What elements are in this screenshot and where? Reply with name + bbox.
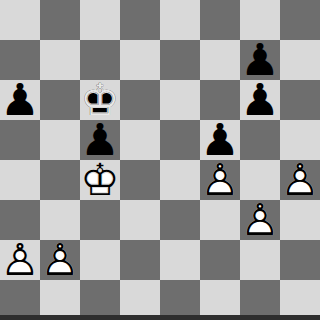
square-e8[interactable] xyxy=(160,0,200,40)
square-h8[interactable] xyxy=(280,0,320,40)
chess-board: ♟♟♚♔♟♟♟♚♔♟♙♟♙♟♙♟♙♟♙ xyxy=(0,0,320,320)
square-c6[interactable]: ♚♔ xyxy=(80,80,120,120)
white-pawn-glyph: ♟ xyxy=(240,200,280,240)
black-king-c6[interactable]: ♚♔ xyxy=(80,80,120,120)
square-b7[interactable] xyxy=(40,40,80,80)
square-a5[interactable] xyxy=(0,120,40,160)
square-e3[interactable] xyxy=(160,200,200,240)
square-c1[interactable] xyxy=(80,280,120,320)
white-pawn-h4[interactable]: ♟♙ xyxy=(280,160,320,200)
white-pawn-outline: ♙ xyxy=(40,240,80,280)
square-g8[interactable] xyxy=(240,0,280,40)
white-pawn-outline: ♙ xyxy=(0,240,40,280)
white-king-outline: ♔ xyxy=(80,160,120,200)
square-a4[interactable] xyxy=(0,160,40,200)
white-pawn-glyph: ♟ xyxy=(0,240,40,280)
black-king-glyph: ♚ xyxy=(80,80,120,120)
square-d7[interactable] xyxy=(120,40,160,80)
square-h5[interactable] xyxy=(280,120,320,160)
square-b4[interactable] xyxy=(40,160,80,200)
white-pawn-glyph: ♟ xyxy=(200,160,240,200)
square-e2[interactable] xyxy=(160,240,200,280)
square-a2[interactable]: ♟♙ xyxy=(0,240,40,280)
square-f5[interactable]: ♟ xyxy=(200,120,240,160)
black-pawn-glyph: ♟ xyxy=(200,120,240,160)
square-b1[interactable] xyxy=(40,280,80,320)
square-c2[interactable] xyxy=(80,240,120,280)
square-f7[interactable] xyxy=(200,40,240,80)
square-b8[interactable] xyxy=(40,0,80,40)
square-f4[interactable]: ♟♙ xyxy=(200,160,240,200)
square-c3[interactable] xyxy=(80,200,120,240)
square-a7[interactable] xyxy=(0,40,40,80)
white-pawn-a2[interactable]: ♟♙ xyxy=(0,240,40,280)
square-c4[interactable]: ♚♔ xyxy=(80,160,120,200)
white-pawn-outline: ♙ xyxy=(200,160,240,200)
square-h3[interactable] xyxy=(280,200,320,240)
square-d8[interactable] xyxy=(120,0,160,40)
square-c8[interactable] xyxy=(80,0,120,40)
white-pawn-glyph: ♟ xyxy=(280,160,320,200)
white-pawn-f4[interactable]: ♟♙ xyxy=(200,160,240,200)
square-d1[interactable] xyxy=(120,280,160,320)
black-pawn-glyph: ♟ xyxy=(240,40,280,80)
square-b6[interactable] xyxy=(40,80,80,120)
square-e5[interactable] xyxy=(160,120,200,160)
white-pawn-glyph: ♟ xyxy=(40,240,80,280)
white-pawn-outline: ♙ xyxy=(240,200,280,240)
square-h4[interactable]: ♟♙ xyxy=(280,160,320,200)
white-king-glyph: ♚ xyxy=(80,160,120,200)
square-a6[interactable]: ♟ xyxy=(0,80,40,120)
square-a3[interactable] xyxy=(0,200,40,240)
square-b5[interactable] xyxy=(40,120,80,160)
square-c7[interactable] xyxy=(80,40,120,80)
black-pawn-glyph: ♟ xyxy=(0,80,40,120)
square-f3[interactable] xyxy=(200,200,240,240)
square-f1[interactable] xyxy=(200,280,240,320)
square-e1[interactable] xyxy=(160,280,200,320)
chess-board-wrapper: ♟♟♚♔♟♟♟♚♔♟♙♟♙♟♙♟♙♟♙ xyxy=(0,0,320,320)
board-bottom-edge xyxy=(0,315,320,320)
square-f6[interactable] xyxy=(200,80,240,120)
square-a8[interactable] xyxy=(0,0,40,40)
white-king-c4[interactable]: ♚♔ xyxy=(80,160,120,200)
square-c5[interactable]: ♟ xyxy=(80,120,120,160)
square-e6[interactable] xyxy=(160,80,200,120)
black-pawn-g7[interactable]: ♟ xyxy=(240,40,280,80)
square-b2[interactable]: ♟♙ xyxy=(40,240,80,280)
white-pawn-outline: ♙ xyxy=(280,160,320,200)
white-pawn-b2[interactable]: ♟♙ xyxy=(40,240,80,280)
square-d4[interactable] xyxy=(120,160,160,200)
square-d3[interactable] xyxy=(120,200,160,240)
square-h1[interactable] xyxy=(280,280,320,320)
square-g6[interactable]: ♟ xyxy=(240,80,280,120)
square-h2[interactable] xyxy=(280,240,320,280)
black-pawn-glyph: ♟ xyxy=(80,120,120,160)
square-d2[interactable] xyxy=(120,240,160,280)
square-e7[interactable] xyxy=(160,40,200,80)
black-king-detail: ♔ xyxy=(80,80,120,120)
square-d6[interactable] xyxy=(120,80,160,120)
black-pawn-g6[interactable]: ♟ xyxy=(240,80,280,120)
square-b3[interactable] xyxy=(40,200,80,240)
square-h7[interactable] xyxy=(280,40,320,80)
square-g1[interactable] xyxy=(240,280,280,320)
black-pawn-f5[interactable]: ♟ xyxy=(200,120,240,160)
square-h6[interactable] xyxy=(280,80,320,120)
square-g7[interactable]: ♟ xyxy=(240,40,280,80)
square-a1[interactable] xyxy=(0,280,40,320)
square-g3[interactable]: ♟♙ xyxy=(240,200,280,240)
black-pawn-glyph: ♟ xyxy=(240,80,280,120)
square-g4[interactable] xyxy=(240,160,280,200)
black-pawn-c5[interactable]: ♟ xyxy=(80,120,120,160)
square-e4[interactable] xyxy=(160,160,200,200)
square-g5[interactable] xyxy=(240,120,280,160)
square-d5[interactable] xyxy=(120,120,160,160)
square-f8[interactable] xyxy=(200,0,240,40)
black-pawn-a6[interactable]: ♟ xyxy=(0,80,40,120)
square-g2[interactable] xyxy=(240,240,280,280)
square-f2[interactable] xyxy=(200,240,240,280)
white-pawn-g3[interactable]: ♟♙ xyxy=(240,200,280,240)
